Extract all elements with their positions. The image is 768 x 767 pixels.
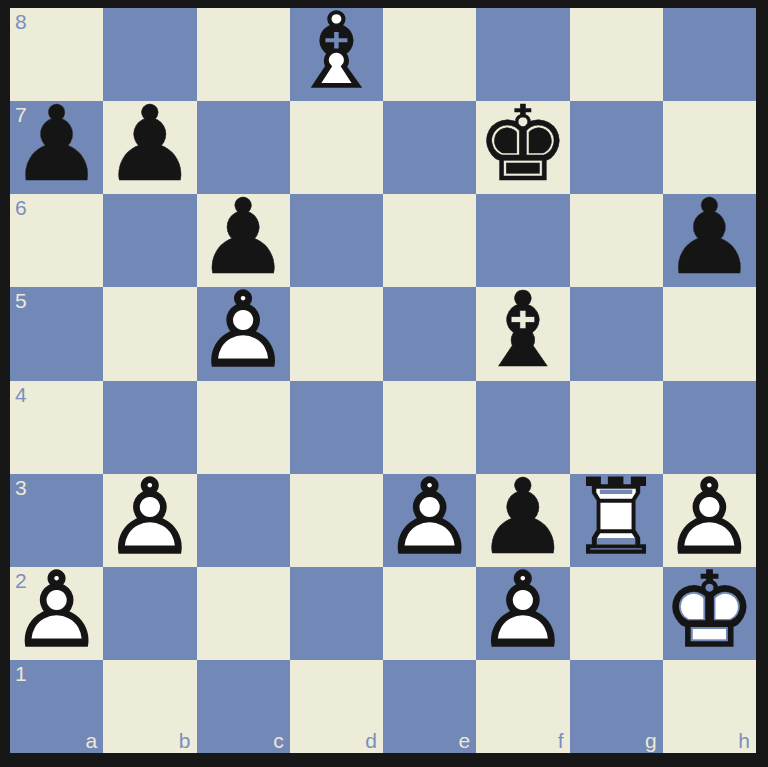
piece-detail-glyph: ♙ (476, 471, 569, 564)
square-e2[interactable] (383, 567, 476, 660)
square-g8[interactable] (570, 8, 663, 101)
rank-label-6: 6 (15, 197, 27, 218)
piece-detail-glyph: ♙ (10, 98, 103, 191)
square-f8[interactable] (476, 8, 569, 101)
piece-body-glyph: ♚ (476, 98, 569, 191)
piece-outline-glyph: ♙ (10, 564, 103, 657)
square-e4[interactable] (383, 381, 476, 474)
square-f4[interactable] (476, 381, 569, 474)
piece-body-glyph: ♝ (476, 284, 569, 377)
square-b4[interactable] (103, 381, 196, 474)
square-g6[interactable] (570, 194, 663, 287)
piece-fill-glyph: ♟ (10, 564, 103, 657)
square-e6[interactable] (383, 194, 476, 287)
square-a3[interactable]: 3 (10, 474, 103, 567)
white-pawn[interactable]: ♟♙ (197, 287, 290, 380)
file-label-b: b (179, 730, 191, 751)
square-a7[interactable]: 7♙♟ (10, 101, 103, 194)
square-b8[interactable] (103, 8, 196, 101)
piece-outline-glyph: ♙ (663, 471, 756, 564)
square-b7[interactable]: ♙♟ (103, 101, 196, 194)
square-c1[interactable]: c (197, 660, 290, 753)
piece-outline-glyph: ♗ (290, 5, 383, 98)
piece-body-glyph: ♟ (197, 191, 290, 284)
black-bishop[interactable]: ♗♝ (476, 287, 569, 380)
square-a5[interactable]: 5 (10, 287, 103, 380)
square-c5[interactable]: ♟♙ (197, 287, 290, 380)
piece-fill-glyph: ♜ (570, 471, 663, 564)
white-pawn[interactable]: ♟♙ (476, 567, 569, 660)
piece-detail-glyph: ♙ (197, 191, 290, 284)
square-f6[interactable] (476, 194, 569, 287)
square-g7[interactable] (570, 101, 663, 194)
square-e5[interactable] (383, 287, 476, 380)
black-pawn[interactable]: ♙♟ (10, 101, 103, 194)
square-g5[interactable] (570, 287, 663, 380)
square-d3[interactable] (290, 474, 383, 567)
board-frame: 8♝♗7♙♟♙♟♔♚6♙♟♙♟5♟♙♗♝43♟♙♟♙♙♟♜♖♟♙2♟♙♟♙♚♔1… (0, 0, 768, 767)
piece-fill-glyph: ♟ (103, 471, 196, 564)
square-h1[interactable]: h (663, 660, 756, 753)
square-e1[interactable]: e (383, 660, 476, 753)
piece-detail-glyph: ♗ (476, 284, 569, 377)
square-c3[interactable] (197, 474, 290, 567)
square-e3[interactable]: ♟♙ (383, 474, 476, 567)
rank-label-3: 3 (15, 477, 27, 498)
square-h8[interactable] (663, 8, 756, 101)
square-h6[interactable]: ♙♟ (663, 194, 756, 287)
square-h2[interactable]: ♚♔ (663, 567, 756, 660)
square-h7[interactable] (663, 101, 756, 194)
black-pawn[interactable]: ♙♟ (476, 474, 569, 567)
square-f5[interactable]: ♗♝ (476, 287, 569, 380)
square-b3[interactable]: ♟♙ (103, 474, 196, 567)
rank-label-5: 5 (15, 290, 27, 311)
piece-detail-glyph: ♙ (663, 191, 756, 284)
piece-body-glyph: ♟ (103, 98, 196, 191)
piece-outline-glyph: ♙ (197, 284, 290, 377)
piece-fill-glyph: ♝ (290, 5, 383, 98)
white-pawn[interactable]: ♟♙ (663, 474, 756, 567)
piece-fill-glyph: ♟ (663, 471, 756, 564)
square-b1[interactable]: b (103, 660, 196, 753)
white-king[interactable]: ♚♔ (663, 567, 756, 660)
square-a6[interactable]: 6 (10, 194, 103, 287)
piece-outline-glyph: ♙ (383, 471, 476, 564)
white-pawn[interactable]: ♟♙ (10, 567, 103, 660)
file-label-h: h (738, 730, 750, 751)
piece-fill-glyph: ♟ (383, 471, 476, 564)
square-d1[interactable]: d (290, 660, 383, 753)
chess-board: 8♝♗7♙♟♙♟♔♚6♙♟♙♟5♟♙♗♝43♟♙♟♙♙♟♜♖♟♙2♟♙♟♙♚♔1… (10, 8, 756, 753)
square-b2[interactable] (103, 567, 196, 660)
black-pawn[interactable]: ♙♟ (197, 194, 290, 287)
black-pawn[interactable]: ♙♟ (103, 101, 196, 194)
black-pawn[interactable]: ♙♟ (663, 194, 756, 287)
square-d7[interactable] (290, 101, 383, 194)
square-f3[interactable]: ♙♟ (476, 474, 569, 567)
square-a4[interactable]: 4 (10, 381, 103, 474)
square-c8[interactable] (197, 8, 290, 101)
piece-fill-glyph: ♟ (197, 284, 290, 377)
white-rook[interactable]: ♜♖ (570, 474, 663, 567)
piece-detail-glyph: ♙ (103, 98, 196, 191)
piece-outline-glyph: ♙ (476, 564, 569, 657)
white-pawn[interactable]: ♟♙ (383, 474, 476, 567)
square-c7[interactable] (197, 101, 290, 194)
piece-fill-glyph: ♚ (663, 564, 756, 657)
square-f7[interactable]: ♔♚ (476, 101, 569, 194)
square-d8[interactable]: ♝♗ (290, 8, 383, 101)
piece-body-glyph: ♟ (663, 191, 756, 284)
square-d2[interactable] (290, 567, 383, 660)
piece-body-glyph: ♟ (476, 471, 569, 564)
piece-outline-glyph: ♙ (103, 471, 196, 564)
black-king[interactable]: ♔♚ (476, 101, 569, 194)
rank-label-1: 1 (15, 663, 27, 684)
square-f1[interactable]: f (476, 660, 569, 753)
square-a2[interactable]: 2♟♙ (10, 567, 103, 660)
square-b5[interactable] (103, 287, 196, 380)
rank-label-8: 8 (15, 11, 27, 32)
rank-label-4: 4 (15, 384, 27, 405)
square-d4[interactable] (290, 381, 383, 474)
square-c6[interactable]: ♙♟ (197, 194, 290, 287)
file-label-g: g (645, 730, 657, 751)
square-c4[interactable] (197, 381, 290, 474)
square-c2[interactable] (197, 567, 290, 660)
square-b6[interactable] (103, 194, 196, 287)
square-g1[interactable]: g (570, 660, 663, 753)
square-e8[interactable] (383, 8, 476, 101)
file-label-d: d (365, 730, 377, 751)
square-a8[interactable]: 8 (10, 8, 103, 101)
piece-fill-glyph: ♟ (476, 564, 569, 657)
file-label-f: f (558, 730, 564, 751)
white-pawn[interactable]: ♟♙ (103, 474, 196, 567)
file-label-c: c (273, 730, 284, 751)
square-h5[interactable] (663, 287, 756, 380)
square-e7[interactable] (383, 101, 476, 194)
piece-outline-glyph: ♔ (663, 564, 756, 657)
square-h4[interactable] (663, 381, 756, 474)
piece-detail-glyph: ♔ (476, 98, 569, 191)
file-label-a: a (86, 730, 98, 751)
square-a1[interactable]: 1a (10, 660, 103, 753)
piece-body-glyph: ♟ (10, 98, 103, 191)
square-d5[interactable] (290, 287, 383, 380)
square-g4[interactable] (570, 381, 663, 474)
square-f2[interactable]: ♟♙ (476, 567, 569, 660)
square-g3[interactable]: ♜♖ (570, 474, 663, 567)
square-h3[interactable]: ♟♙ (663, 474, 756, 567)
square-g2[interactable] (570, 567, 663, 660)
square-d6[interactable] (290, 194, 383, 287)
white-bishop[interactable]: ♝♗ (290, 8, 383, 101)
file-label-e: e (459, 730, 471, 751)
piece-outline-glyph: ♖ (570, 471, 663, 564)
